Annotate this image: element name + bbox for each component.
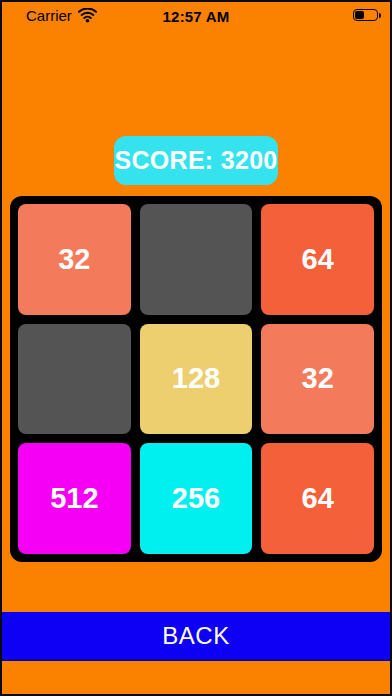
tile-128-r1c1: 128: [140, 324, 253, 435]
status-time: 12:57 AM: [2, 8, 390, 25]
tile-64-r0c2: 64: [261, 204, 374, 315]
app-screen: Carrier 12:57 AM SCORE: 3200 32641283251…: [0, 0, 392, 696]
status-bar: Carrier 12:57 AM: [2, 2, 390, 32]
tile-32-r0c0: 32: [18, 204, 131, 315]
board[interactable]: 32641283251225664: [10, 196, 382, 562]
score-label: SCORE: 3200: [114, 136, 278, 185]
battery-icon: [353, 9, 378, 21]
score-text: SCORE: 3200: [114, 146, 277, 175]
back-button[interactable]: BACK: [2, 612, 390, 661]
tile-512-r2c0: 512: [18, 443, 131, 554]
empty-cell-r0c1: [140, 204, 253, 315]
tile-32-r1c2: 32: [261, 324, 374, 435]
empty-cell-r1c0: [18, 324, 131, 435]
battery-fill: [355, 11, 364, 19]
tile-64-r2c2: 64: [261, 443, 374, 554]
tile-256-r2c1: 256: [140, 443, 253, 554]
